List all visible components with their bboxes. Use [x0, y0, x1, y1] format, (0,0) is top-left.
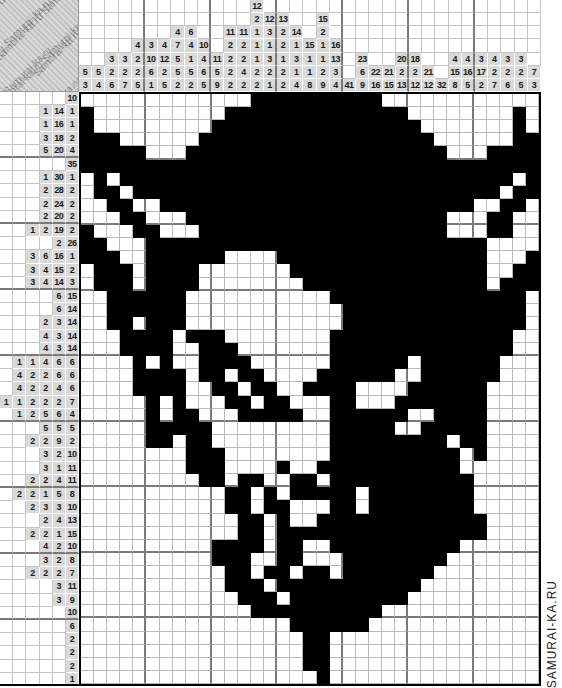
board-cell[interactable]: [186, 645, 199, 658]
board-cell[interactable]: [395, 566, 408, 579]
board-cell[interactable]: [330, 540, 343, 553]
board-cell[interactable]: [500, 264, 513, 277]
board-cell[interactable]: [526, 618, 539, 631]
board-cell[interactable]: [421, 343, 434, 356]
board-cell[interactable]: [277, 645, 290, 658]
board-cell[interactable]: [107, 658, 120, 671]
board-cell[interactable]: [513, 396, 526, 409]
board-cell[interactable]: [447, 645, 460, 658]
board-cell[interactable]: [434, 566, 447, 579]
board-cell[interactable]: [382, 579, 395, 592]
board-cell[interactable]: [238, 278, 251, 291]
board-cell[interactable]: [343, 566, 356, 579]
board-cell[interactable]: [238, 120, 251, 133]
board-cell[interactable]: [487, 278, 500, 291]
board-cell[interactable]: [369, 186, 382, 199]
board-cell[interactable]: [81, 566, 94, 579]
board-cell[interactable]: [120, 199, 133, 212]
board-cell[interactable]: [382, 133, 395, 146]
board-cell[interactable]: [290, 199, 303, 212]
board-cell[interactable]: [408, 304, 421, 317]
board-cell[interactable]: [264, 382, 277, 395]
board-cell[interactable]: [460, 160, 473, 173]
board-cell[interactable]: [513, 304, 526, 317]
board-cell[interactable]: [421, 369, 434, 382]
board-cell[interactable]: [225, 369, 238, 382]
board-cell[interactable]: [81, 173, 94, 186]
board-cell[interactable]: [317, 199, 330, 212]
board-cell[interactable]: [303, 474, 316, 487]
board-cell[interactable]: [500, 343, 513, 356]
board-cell[interactable]: [277, 592, 290, 605]
board-cell[interactable]: [160, 448, 173, 461]
board-cell[interactable]: [474, 264, 487, 277]
board-cell[interactable]: [212, 435, 225, 448]
board-cell[interactable]: [107, 474, 120, 487]
board-cell[interactable]: [303, 461, 316, 474]
board-cell[interactable]: [212, 317, 225, 330]
board-cell[interactable]: [251, 278, 264, 291]
board-cell[interactable]: [212, 671, 225, 684]
board-cell[interactable]: [526, 369, 539, 382]
board-cell[interactable]: [526, 343, 539, 356]
board-cell[interactable]: [434, 238, 447, 251]
board-cell[interactable]: [120, 212, 133, 225]
board-cell[interactable]: [356, 225, 369, 238]
board-cell[interactable]: [500, 317, 513, 330]
board-cell[interactable]: [343, 343, 356, 356]
board-cell[interactable]: [408, 291, 421, 304]
board-cell[interactable]: [356, 671, 369, 684]
board-cell[interactable]: [408, 133, 421, 146]
board-cell[interactable]: [264, 540, 277, 553]
board-cell[interactable]: [330, 251, 343, 264]
board-cell[interactable]: [94, 146, 107, 159]
board-cell[interactable]: [460, 500, 473, 513]
board-cell[interactable]: [343, 632, 356, 645]
board-cell[interactable]: [277, 671, 290, 684]
board-cell[interactable]: [513, 120, 526, 133]
board-cell[interactable]: [487, 251, 500, 264]
board-cell[interactable]: [434, 514, 447, 527]
board-cell[interactable]: [513, 291, 526, 304]
board-cell[interactable]: [434, 278, 447, 291]
board-cell[interactable]: [238, 186, 251, 199]
board-cell[interactable]: [317, 592, 330, 605]
board-cell[interactable]: [133, 540, 146, 553]
board-cell[interactable]: [199, 435, 212, 448]
board-cell[interactable]: [212, 422, 225, 435]
board-cell[interactable]: [146, 461, 159, 474]
board-cell[interactable]: [421, 304, 434, 317]
board-cell[interactable]: [474, 461, 487, 474]
board-cell[interactable]: [447, 107, 460, 120]
board-cell[interactable]: [238, 238, 251, 251]
board-cell[interactable]: [303, 540, 316, 553]
board-cell[interactable]: [303, 291, 316, 304]
board-cell[interactable]: [369, 658, 382, 671]
board-cell[interactable]: [382, 396, 395, 409]
board-cell[interactable]: [94, 553, 107, 566]
board-cell[interactable]: [120, 94, 133, 107]
board-cell[interactable]: [395, 527, 408, 540]
board-cell[interactable]: [199, 566, 212, 579]
board-cell[interactable]: [94, 514, 107, 527]
board-cell[interactable]: [251, 566, 264, 579]
board-cell[interactable]: [356, 645, 369, 658]
board-cell[interactable]: [513, 133, 526, 146]
board-cell[interactable]: [146, 212, 159, 225]
board-cell[interactable]: [238, 540, 251, 553]
board-cell[interactable]: [277, 579, 290, 592]
board-cell[interactable]: [251, 382, 264, 395]
board-cell[interactable]: [487, 343, 500, 356]
board-cell[interactable]: [146, 94, 159, 107]
board-cell[interactable]: [264, 160, 277, 173]
board-cell[interactable]: [94, 356, 107, 369]
board-cell[interactable]: [395, 422, 408, 435]
board-cell[interactable]: [225, 500, 238, 513]
board-cell[interactable]: [107, 146, 120, 159]
board-cell[interactable]: [343, 396, 356, 409]
board-cell[interactable]: [107, 304, 120, 317]
board-cell[interactable]: [434, 173, 447, 186]
board-cell[interactable]: [421, 146, 434, 159]
board-cell[interactable]: [421, 396, 434, 409]
board-cell[interactable]: [317, 330, 330, 343]
board-cell[interactable]: [408, 487, 421, 500]
board-cell[interactable]: [133, 133, 146, 146]
board-cell[interactable]: [500, 146, 513, 159]
board-cell[interactable]: [251, 317, 264, 330]
board-cell[interactable]: [133, 356, 146, 369]
board-cell[interactable]: [133, 409, 146, 422]
board-cell[interactable]: [500, 251, 513, 264]
board-cell[interactable]: [94, 592, 107, 605]
board-cell[interactable]: [500, 592, 513, 605]
board-cell[interactable]: [474, 500, 487, 513]
board-cell[interactable]: [421, 160, 434, 173]
board-cell[interactable]: [173, 160, 186, 173]
board-cell[interactable]: [356, 527, 369, 540]
board-cell[interactable]: [146, 369, 159, 382]
board-cell[interactable]: [160, 107, 173, 120]
board-cell[interactable]: [290, 435, 303, 448]
board-cell[interactable]: [81, 146, 94, 159]
board-cell[interactable]: [290, 304, 303, 317]
board-cell[interactable]: [408, 409, 421, 422]
board-cell[interactable]: [120, 186, 133, 199]
board-cell[interactable]: [343, 671, 356, 684]
board-cell[interactable]: [251, 238, 264, 251]
board-cell[interactable]: [487, 527, 500, 540]
board-cell[interactable]: [382, 120, 395, 133]
board-cell[interactable]: [277, 186, 290, 199]
board-cell[interactable]: [264, 396, 277, 409]
board-cell[interactable]: [199, 500, 212, 513]
board-cell[interactable]: [212, 527, 225, 540]
board-cell[interactable]: [526, 304, 539, 317]
board-cell[interactable]: [500, 120, 513, 133]
board-cell[interactable]: [199, 291, 212, 304]
board-cell[interactable]: [356, 330, 369, 343]
board-cell[interactable]: [526, 409, 539, 422]
board-cell[interactable]: [356, 540, 369, 553]
board-cell[interactable]: [303, 330, 316, 343]
board-cell[interactable]: [277, 540, 290, 553]
board-cell[interactable]: [434, 225, 447, 238]
board-cell[interactable]: [133, 527, 146, 540]
board-cell[interactable]: [474, 540, 487, 553]
board-cell[interactable]: [513, 618, 526, 631]
board-cell[interactable]: [277, 474, 290, 487]
board-cell[interactable]: [120, 514, 133, 527]
board-cell[interactable]: [225, 592, 238, 605]
board-cell[interactable]: [81, 330, 94, 343]
board-cell[interactable]: [290, 212, 303, 225]
board-cell[interactable]: [290, 343, 303, 356]
board-cell[interactable]: [94, 317, 107, 330]
board-cell[interactable]: [447, 422, 460, 435]
board-cell[interactable]: [146, 396, 159, 409]
board-cell[interactable]: [421, 317, 434, 330]
board-cell[interactable]: [160, 553, 173, 566]
board-cell[interactable]: [146, 186, 159, 199]
board-cell[interactable]: [251, 448, 264, 461]
board-cell[interactable]: [133, 146, 146, 159]
board-cell[interactable]: [225, 94, 238, 107]
board-cell[interactable]: [382, 330, 395, 343]
board-cell[interactable]: [94, 527, 107, 540]
board-cell[interactable]: [120, 592, 133, 605]
board-cell[interactable]: [447, 382, 460, 395]
board-cell[interactable]: [120, 461, 133, 474]
board-cell[interactable]: [120, 487, 133, 500]
board-cell[interactable]: [382, 264, 395, 277]
board-cell[interactable]: [421, 435, 434, 448]
board-cell[interactable]: [487, 632, 500, 645]
board-cell[interactable]: [264, 671, 277, 684]
board-cell[interactable]: [343, 369, 356, 382]
board-cell[interactable]: [474, 382, 487, 395]
board-cell[interactable]: [146, 409, 159, 422]
board-cell[interactable]: [447, 409, 460, 422]
board-cell[interactable]: [173, 146, 186, 159]
board-cell[interactable]: [186, 317, 199, 330]
board-cell[interactable]: [238, 592, 251, 605]
board-cell[interactable]: [251, 251, 264, 264]
board-cell[interactable]: [408, 120, 421, 133]
board-cell[interactable]: [290, 540, 303, 553]
board-cell[interactable]: [120, 369, 133, 382]
board-cell[interactable]: [526, 461, 539, 474]
board-cell[interactable]: [290, 173, 303, 186]
board-cell[interactable]: [199, 107, 212, 120]
board-cell[interactable]: [146, 304, 159, 317]
board-cell[interactable]: [330, 566, 343, 579]
board-cell[interactable]: [290, 382, 303, 395]
board-cell[interactable]: [107, 461, 120, 474]
board-cell[interactable]: [120, 527, 133, 540]
board-cell[interactable]: [212, 238, 225, 251]
board-cell[interactable]: [474, 645, 487, 658]
board-cell[interactable]: [356, 291, 369, 304]
board-cell[interactable]: [146, 645, 159, 658]
board-cell[interactable]: [238, 382, 251, 395]
board-cell[interactable]: [120, 500, 133, 513]
board-cell[interactable]: [81, 461, 94, 474]
board-cell[interactable]: [160, 671, 173, 684]
board-cell[interactable]: [199, 632, 212, 645]
board-cell[interactable]: [408, 527, 421, 540]
board-cell[interactable]: [447, 278, 460, 291]
board-cell[interactable]: [199, 133, 212, 146]
board-cell[interactable]: [225, 225, 238, 238]
board-cell[interactable]: [356, 632, 369, 645]
board-cell[interactable]: [186, 632, 199, 645]
board-cell[interactable]: [447, 160, 460, 173]
board-cell[interactable]: [487, 618, 500, 631]
board-cell[interactable]: [330, 435, 343, 448]
board-cell[interactable]: [277, 330, 290, 343]
board-cell[interactable]: [173, 199, 186, 212]
board-cell[interactable]: [186, 369, 199, 382]
board-cell[interactable]: [526, 435, 539, 448]
board-cell[interactable]: [238, 605, 251, 618]
board-cell[interactable]: [94, 238, 107, 251]
board-cell[interactable]: [369, 409, 382, 422]
board-cell[interactable]: [264, 278, 277, 291]
board-cell[interactable]: [133, 238, 146, 251]
board-cell[interactable]: [225, 461, 238, 474]
board-cell[interactable]: [238, 173, 251, 186]
board-cell[interactable]: [133, 396, 146, 409]
board-cell[interactable]: [238, 212, 251, 225]
board-cell[interactable]: [513, 382, 526, 395]
board-cell[interactable]: [487, 461, 500, 474]
board-cell[interactable]: [395, 396, 408, 409]
board-cell[interactable]: [526, 317, 539, 330]
board-cell[interactable]: [474, 579, 487, 592]
board-cell[interactable]: [460, 527, 473, 540]
board-cell[interactable]: [199, 592, 212, 605]
board-cell[interactable]: [94, 396, 107, 409]
board-cell[interactable]: [434, 304, 447, 317]
board-cell[interactable]: [303, 658, 316, 671]
board-cell[interactable]: [487, 199, 500, 212]
board-cell[interactable]: [421, 645, 434, 658]
board-cell[interactable]: [369, 291, 382, 304]
board-cell[interactable]: [356, 120, 369, 133]
board-cell[interactable]: [343, 474, 356, 487]
board-cell[interactable]: [460, 146, 473, 159]
board-cell[interactable]: [251, 160, 264, 173]
board-cell[interactable]: [225, 330, 238, 343]
board-cell[interactable]: [330, 474, 343, 487]
board-cell[interactable]: [107, 225, 120, 238]
board-cell[interactable]: [356, 396, 369, 409]
board-cell[interactable]: [290, 514, 303, 527]
board-cell[interactable]: [447, 120, 460, 133]
board-cell[interactable]: [513, 435, 526, 448]
board-cell[interactable]: [186, 120, 199, 133]
board-cell[interactable]: [199, 487, 212, 500]
board-cell[interactable]: [199, 264, 212, 277]
board-cell[interactable]: [317, 396, 330, 409]
board-cell[interactable]: [500, 133, 513, 146]
board-cell[interactable]: [133, 160, 146, 173]
board-cell[interactable]: [408, 107, 421, 120]
board-cell[interactable]: [264, 251, 277, 264]
board-cell[interactable]: [133, 343, 146, 356]
board-cell[interactable]: [369, 225, 382, 238]
board-cell[interactable]: [225, 107, 238, 120]
board-cell[interactable]: [107, 160, 120, 173]
board-cell[interactable]: [303, 422, 316, 435]
board-cell[interactable]: [343, 120, 356, 133]
board-cell[interactable]: [81, 160, 94, 173]
board-cell[interactable]: [81, 107, 94, 120]
board-cell[interactable]: [369, 618, 382, 631]
board-cell[interactable]: [330, 618, 343, 631]
board-cell[interactable]: [434, 605, 447, 618]
board-cell[interactable]: [343, 238, 356, 251]
board-cell[interactable]: [133, 317, 146, 330]
board-cell[interactable]: [447, 94, 460, 107]
board-cell[interactable]: [133, 186, 146, 199]
board-cell[interactable]: [107, 553, 120, 566]
board-cell[interactable]: [408, 396, 421, 409]
board-cell[interactable]: [356, 474, 369, 487]
board-cell[interactable]: [107, 448, 120, 461]
board-cell[interactable]: [513, 369, 526, 382]
board-cell[interactable]: [526, 212, 539, 225]
board-cell[interactable]: [146, 160, 159, 173]
board-cell[interactable]: [186, 566, 199, 579]
board-cell[interactable]: [107, 251, 120, 264]
board-cell[interactable]: [317, 422, 330, 435]
board-cell[interactable]: [107, 133, 120, 146]
board-cell[interactable]: [317, 671, 330, 684]
board-cell[interactable]: [421, 238, 434, 251]
board-cell[interactable]: [81, 264, 94, 277]
board-cell[interactable]: [160, 566, 173, 579]
board-cell[interactable]: [238, 500, 251, 513]
board-cell[interactable]: [107, 540, 120, 553]
board-cell[interactable]: [303, 94, 316, 107]
board-cell[interactable]: [395, 461, 408, 474]
board-cell[interactable]: [160, 356, 173, 369]
board-cell[interactable]: [500, 605, 513, 618]
board-cell[interactable]: [290, 251, 303, 264]
board-cell[interactable]: [500, 514, 513, 527]
board-cell[interactable]: [160, 579, 173, 592]
board-cell[interactable]: [225, 238, 238, 251]
board-cell[interactable]: [434, 186, 447, 199]
board-cell[interactable]: [251, 618, 264, 631]
board-cell[interactable]: [487, 369, 500, 382]
board-cell[interactable]: [81, 527, 94, 540]
board-cell[interactable]: [487, 422, 500, 435]
board-cell[interactable]: [186, 160, 199, 173]
board-cell[interactable]: [251, 330, 264, 343]
board-cell[interactable]: [251, 540, 264, 553]
board-cell[interactable]: [160, 120, 173, 133]
board-cell[interactable]: [107, 422, 120, 435]
board-cell[interactable]: [382, 514, 395, 527]
board-cell[interactable]: [447, 356, 460, 369]
board-cell[interactable]: [487, 487, 500, 500]
